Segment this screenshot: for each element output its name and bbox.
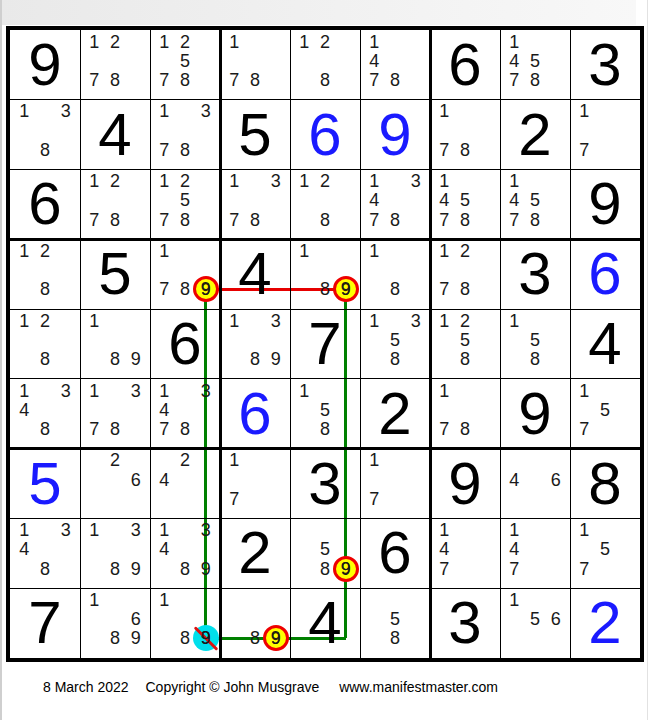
cell-r8c9[interactable]: 157 [570,518,640,588]
candidate-9 [55,559,76,578]
candidate-7 [364,350,385,369]
candidate-9 [405,350,426,369]
cell-r1c8[interactable]: 14578 [500,30,570,100]
cell-r2c3[interactable]: 1378 [150,100,220,170]
candidates-r5c4: 1389 [224,311,286,369]
candidate-2: 2 [35,311,56,330]
digit-r7c9: 8 [570,449,640,519]
candidates-r4c1: 128 [14,241,76,299]
cell-r6c1[interactable]: 1348 [10,379,80,449]
candidate-3 [475,520,496,539]
digit-r7c1: 5 [10,449,80,519]
candidate-7 [294,280,315,299]
cell-r2c2[interactable]: 4 [80,100,150,170]
candidate-5 [245,51,266,70]
cell-r9c9[interactable]: 2 [570,588,640,658]
candidate-1 [224,590,245,609]
candidate-8: 8 [455,280,476,299]
candidate-1: 1 [154,32,175,51]
cell-r2c5[interactable]: 6 [290,100,360,170]
candidate-6 [195,609,216,628]
candidate-1: 1 [84,311,105,330]
candidate-5 [105,470,126,489]
candidate-2 [35,381,56,400]
candidate-4: 4 [504,191,525,210]
candidate-6: 6 [125,609,146,628]
candidate-8 [595,419,616,438]
candidate-1: 1 [154,590,175,609]
candidate-5: 5 [455,330,476,349]
cell-r6c6[interactable]: 2 [360,379,430,449]
candidate-8 [595,559,616,578]
cell-r7c9[interactable]: 8 [570,449,640,519]
candidate-9 [195,489,216,508]
candidate-3 [195,451,216,470]
candidate-8: 8 [105,419,126,438]
candidates-r3c6: 13478 [364,172,426,230]
candidate-7: 7 [84,71,105,90]
cell-r4c6[interactable]: 18 [360,239,430,309]
digit-r8c6: 6 [360,518,430,588]
candidate-6 [265,609,286,628]
candidate-6 [405,261,426,280]
candidate-8 [525,629,546,648]
candidate-6 [265,51,286,70]
candidate-6 [125,51,146,70]
candidate-7: 7 [224,210,245,229]
candidate-8: 8 [175,280,196,299]
candidate-3 [195,32,216,51]
digit-r4c2: 5 [80,239,150,309]
candidate-7 [14,140,35,159]
candidate-9 [475,210,496,229]
footer-date: 8 March 2022 [43,679,129,695]
candidate-9 [405,71,426,90]
cell-r5c3[interactable]: 6 [150,309,220,379]
candidate-7 [84,629,105,648]
candidate-1: 1 [434,102,455,121]
window-left-edge [0,0,2,720]
candidate-5 [105,330,126,349]
candidate-1: 1 [14,311,35,330]
candidate-2 [385,172,406,191]
candidate-9: 9 [125,559,146,578]
cell-r1c5[interactable]: 128 [290,30,360,100]
cell-r3c8[interactable]: 14578 [500,170,570,240]
candidate-8: 8 [315,559,336,578]
candidate-5 [595,121,616,140]
digit-r2c4: 5 [220,100,290,170]
candidate-6 [475,400,496,419]
candidate-5 [455,261,476,280]
footer-copyright: Copyright © John Musgrave [146,679,320,695]
candidate-1: 1 [294,241,315,260]
candidate-8: 8 [35,280,56,299]
cell-r2c4[interactable]: 5 [220,100,290,170]
candidate-5 [175,400,196,419]
candidate-9 [195,140,216,159]
candidate-6 [195,51,216,70]
candidate-1: 1 [294,32,315,51]
cell-r8c8[interactable]: 147 [500,518,570,588]
cell-r3c9[interactable]: 9 [570,170,640,240]
candidate-6 [335,400,356,419]
candidate-3: 3 [55,102,76,121]
candidate-2 [245,32,266,51]
cell-r2c6[interactable]: 9 [360,100,430,170]
candidate-3 [55,241,76,260]
candidate-1: 1 [364,241,385,260]
digit-r9c7: 3 [430,588,500,658]
candidate-2: 2 [35,241,56,260]
candidate-6: 6 [545,470,566,489]
cell-r4c5[interactable]: 189 [290,239,360,309]
candidate-9: 9 [125,629,146,648]
candidate-9 [335,419,356,438]
cell-r3c5[interactable]: 128 [290,170,360,240]
digit-r4c8: 3 [500,239,570,309]
candidate-7: 7 [364,489,385,508]
cell-r4c3[interactable]: 1789 [150,239,220,309]
candidate-7 [364,280,385,299]
cell-r5c6[interactable]: 1358 [360,309,430,379]
candidate-6 [195,400,216,419]
cell-r1c7[interactable]: 6 [430,30,500,100]
digit-r3c1: 6 [10,170,80,240]
candidate-7 [154,629,175,648]
cell-r5c7[interactable]: 1258 [430,309,500,379]
cell-r1c2[interactable]: 1278 [80,30,150,100]
cell-r1c1[interactable]: 9 [10,30,80,100]
candidate-7: 7 [154,210,175,229]
candidate-7: 7 [154,71,175,90]
candidate-4 [224,330,245,349]
candidate-1: 1 [504,172,525,191]
candidate-4: 4 [504,51,525,70]
candidate-4: 4 [154,400,175,419]
candidate-3: 3 [55,520,76,539]
candidate-5 [35,121,56,140]
cell-r8c1[interactable]: 1348 [10,518,80,588]
cell-r4c8[interactable]: 3 [500,239,570,309]
cell-r9c4[interactable]: 89 [220,588,290,658]
cell-r5c9[interactable]: 4 [570,309,640,379]
candidate-3 [405,451,426,470]
candidate-4: 4 [154,470,175,489]
cell-r9c1[interactable]: 7 [10,588,80,658]
candidate-8: 8 [175,210,196,229]
candidate-5 [245,470,266,489]
candidate-3: 3 [405,172,426,191]
candidate-1: 1 [574,381,595,400]
candidate-5 [105,540,126,559]
cell-r7c6[interactable]: 17 [360,449,430,519]
cell-r9c6[interactable]: 58 [360,588,430,658]
cell-r4c1[interactable]: 128 [10,239,80,309]
candidate-5: 5 [525,330,546,349]
cell-r5c5[interactable]: 7 [290,309,360,379]
cell-r5c8[interactable]: 158 [500,309,570,379]
candidate-2 [525,172,546,191]
candidate-2 [245,590,266,609]
candidate-2 [105,311,126,330]
candidate-9 [545,559,566,578]
candidate-8: 8 [455,140,476,159]
candidate-7: 7 [434,419,455,438]
page: 99999 9127812578178128147861457831384137… [0,0,650,720]
candidate-9 [405,489,426,508]
cell-r3c2[interactable]: 1278 [80,170,150,240]
cell-r8c4[interactable]: 2 [220,518,290,588]
cell-r8c6[interactable]: 6 [360,518,430,588]
cell-r7c4[interactable]: 17 [220,449,290,519]
candidate-9 [125,489,146,508]
digit-r2c6: 9 [360,100,430,170]
candidate-3 [265,590,286,609]
candidate-1: 1 [14,102,35,121]
candidate-9 [615,140,636,159]
candidate-5 [35,400,56,419]
candidate-5 [175,609,196,628]
candidate-6 [475,191,496,210]
candidate-4: 4 [364,51,385,70]
cell-r6c4[interactable]: 6 [220,379,290,449]
candidates-r7c2: 26 [84,451,146,509]
cell-r9c8[interactable]: 156 [500,588,570,658]
candidate-2 [595,102,616,121]
cell-r1c6[interactable]: 1478 [360,30,430,100]
cell-r6c2[interactable]: 1378 [80,379,150,449]
candidate-7 [294,210,315,229]
digit-r6c8: 9 [500,379,570,449]
cell-r6c5[interactable]: 158 [290,379,360,449]
cell-r1c4[interactable]: 178 [220,30,290,100]
candidate-9 [125,419,146,438]
candidate-7 [504,350,525,369]
candidate-1: 1 [434,241,455,260]
candidate-4 [84,191,105,210]
candidate-4 [84,51,105,70]
candidate-9 [545,489,566,508]
candidate-7 [14,350,35,369]
cell-r2c9[interactable]: 17 [570,100,640,170]
candidate-4 [294,191,315,210]
candidate-2 [245,172,266,191]
candidate-4 [364,261,385,280]
cell-r2c7[interactable]: 178 [430,100,500,170]
digit-r9c9: 2 [570,588,640,658]
cell-r3c7[interactable]: 14578 [430,170,500,240]
digit-r5c9: 4 [570,309,640,379]
candidates-r3c3: 12578 [154,172,216,230]
candidate-6 [265,330,286,349]
cell-r6c3[interactable]: 13478 [150,379,220,449]
candidates-r4c6: 18 [364,241,426,299]
candidate-9 [335,71,356,90]
candidate-4 [84,470,105,489]
candidate-4: 4 [504,470,525,489]
candidate-9 [545,350,566,369]
digit-r6c4: 6 [220,379,290,449]
cell-r7c8[interactable]: 46 [500,449,570,519]
candidate-7: 7 [574,419,595,438]
candidates-r2c7: 178 [434,102,496,160]
candidate-2 [385,241,406,260]
candidate-1: 1 [84,520,105,539]
cell-r7c5[interactable]: 3 [290,449,360,519]
candidate-5: 5 [525,51,546,70]
cell-r5c1[interactable]: 128 [10,309,80,379]
candidate-2 [455,102,476,121]
candidate-4 [14,261,35,280]
candidate-4 [574,121,595,140]
candidate-7 [364,629,385,648]
candidate-5: 5 [315,540,336,559]
candidates-r4c5: 189 [294,241,356,299]
candidate-2: 2 [105,451,126,470]
cell-r4c7[interactable]: 1278 [430,239,500,309]
digit-r2c2: 4 [80,100,150,170]
candidate-3 [125,172,146,191]
cell-r1c3[interactable]: 12578 [150,30,220,100]
candidate-5: 5 [595,400,616,419]
candidate-7: 7 [574,140,595,159]
candidate-6 [335,261,356,280]
candidate-8: 8 [315,419,336,438]
digit-r7c7: 9 [430,449,500,519]
cell-r3c4[interactable]: 1378 [220,170,290,240]
candidate-6 [545,51,566,70]
cell-r7c2[interactable]: 26 [80,449,150,519]
candidate-6 [615,400,636,419]
candidate-2 [175,241,196,260]
candidate-5: 5 [385,609,406,628]
candidates-r1c8: 14578 [504,32,566,90]
digit-r5c3: 6 [150,309,220,379]
candidates-r7c3: 24 [154,451,216,509]
candidate-7: 7 [504,71,525,90]
candidate-4 [154,609,175,628]
candidate-9 [265,210,286,229]
candidate-8 [245,489,266,508]
cell-r4c4[interactable]: 4 [220,239,290,309]
candidate-9: 9 [195,280,216,299]
candidate-2: 2 [455,241,476,260]
cell-r5c4[interactable]: 1389 [220,309,290,379]
candidates-r9c6: 58 [364,590,426,648]
candidate-8: 8 [105,629,126,648]
cell-r9c7[interactable]: 3 [430,588,500,658]
candidates-r8c7: 147 [434,520,496,578]
candidate-3 [335,172,356,191]
candidate-6 [125,540,146,559]
candidate-2: 2 [455,311,476,330]
cell-r8c7[interactable]: 147 [430,518,500,588]
cell-r5c2[interactable]: 189 [80,309,150,379]
candidate-3 [125,311,146,330]
candidate-5 [455,540,476,559]
candidate-8 [525,489,546,508]
candidates-r6c2: 1378 [84,381,146,439]
cell-r9c3[interactable]: 189 [150,588,220,658]
candidate-5 [315,51,336,70]
candidate-4 [574,400,595,419]
cell-r7c7[interactable]: 9 [430,449,500,519]
cell-r4c2[interactable]: 5 [80,239,150,309]
candidate-8: 8 [35,559,56,578]
cell-r9c2[interactable]: 1689 [80,588,150,658]
candidate-3: 3 [195,102,216,121]
cell-r7c1[interactable]: 5 [10,449,80,519]
candidate-5 [35,330,56,349]
candidate-8 [385,489,406,508]
candidate-2 [245,451,266,470]
candidate-2 [595,520,616,539]
candidate-5 [385,51,406,70]
candidate-4 [294,261,315,280]
candidates-r6c5: 158 [294,381,356,439]
candidates-r1c3: 12578 [154,32,216,90]
candidate-3 [475,172,496,191]
candidates-r6c1: 1348 [14,381,76,439]
candidates-r3c2: 1278 [84,172,146,230]
cell-r6c8[interactable]: 9 [500,379,570,449]
cell-r3c6[interactable]: 13478 [360,170,430,240]
cell-r3c1[interactable]: 6 [10,170,80,240]
candidate-9 [195,419,216,438]
candidates-r8c8: 147 [504,520,566,578]
cell-r1c9[interactable]: 3 [570,30,640,100]
cell-r2c1[interactable]: 138 [10,100,80,170]
cell-r8c2[interactable]: 1389 [80,518,150,588]
candidate-3 [335,241,356,260]
cell-r8c3[interactable]: 13489 [150,518,220,588]
candidate-7: 7 [574,559,595,578]
cell-r6c7[interactable]: 178 [430,379,500,449]
candidate-1 [84,451,105,470]
candidates-r7c4: 17 [224,451,286,509]
candidates-r8c3: 13489 [154,520,216,578]
candidate-6 [475,540,496,559]
candidate-5: 5 [175,51,196,70]
cell-r3c3[interactable]: 12578 [150,170,220,240]
digit-r1c7: 6 [430,30,500,100]
candidate-7 [294,71,315,90]
candidate-8: 8 [175,559,196,578]
candidate-6 [475,121,496,140]
candidate-8: 8 [455,350,476,369]
window-topbar [0,0,636,25]
candidate-8: 8 [105,559,126,578]
cell-r2c8[interactable]: 2 [500,100,570,170]
candidate-4 [434,400,455,419]
cell-r9c5[interactable]: 4 [290,588,360,658]
candidate-8: 8 [175,140,196,159]
cell-r7c3[interactable]: 24 [150,449,220,519]
candidate-2 [105,590,126,609]
candidate-2 [525,520,546,539]
cell-r6c9[interactable]: 157 [570,379,640,449]
candidate-3 [125,590,146,609]
cell-r8c5[interactable]: 589 [290,518,360,588]
candidate-2 [105,520,126,539]
candidate-7 [434,350,455,369]
cell-r4c9[interactable]: 6 [570,239,640,309]
candidate-1: 1 [154,381,175,400]
candidate-3 [405,241,426,260]
candidate-4 [364,330,385,349]
candidate-5 [105,51,126,70]
